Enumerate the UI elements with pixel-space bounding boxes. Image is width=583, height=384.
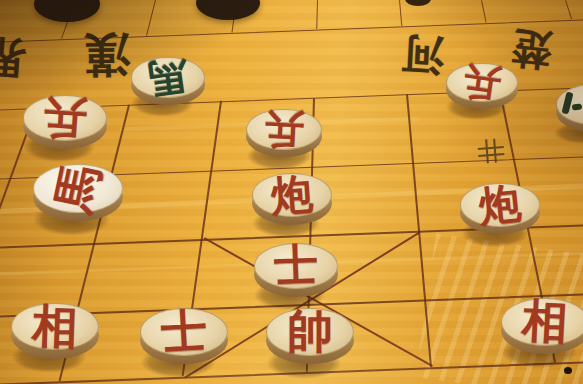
xiangqi-board-photo: 界 漢 河 楚 馬兵兵兵馬炮炮士相士帥相 bbox=[0, 0, 583, 384]
piece-red-elephant[interactable]: 相 bbox=[11, 303, 99, 373]
piece-red-soldier[interactable]: 兵 bbox=[246, 109, 322, 170]
piece-red-horse[interactable]: 馬 bbox=[33, 164, 123, 236]
piece-red-cannon[interactable]: 炮 bbox=[252, 173, 332, 237]
piece-glyph: 士 bbox=[139, 306, 229, 358]
piece-red-cannon[interactable]: 炮 bbox=[460, 183, 540, 247]
piece-glyph: 帥 bbox=[266, 308, 354, 356]
piece-glyph: 士 bbox=[253, 242, 339, 291]
piece-glyph: 兵 bbox=[245, 107, 323, 152]
piece-red-advisor[interactable]: 士 bbox=[140, 308, 228, 378]
piece-glyph: 相 bbox=[10, 301, 100, 352]
piece-glyph: 炮 bbox=[250, 171, 333, 220]
piece-glyph: 相 bbox=[500, 295, 583, 347]
pieces-layer: 馬兵兵兵馬炮炮士相士帥相 bbox=[0, 0, 583, 384]
piece-glyph: 炮 bbox=[458, 179, 542, 231]
piece-red-soldier[interactable]: 兵 bbox=[446, 63, 518, 121]
piece-red-general[interactable]: 帥 bbox=[266, 308, 354, 378]
piece-black-horse[interactable]: 馬 bbox=[131, 57, 205, 116]
piece-red-elephant[interactable]: 相 bbox=[501, 298, 583, 368]
piece-glyph: 兵 bbox=[22, 92, 109, 143]
